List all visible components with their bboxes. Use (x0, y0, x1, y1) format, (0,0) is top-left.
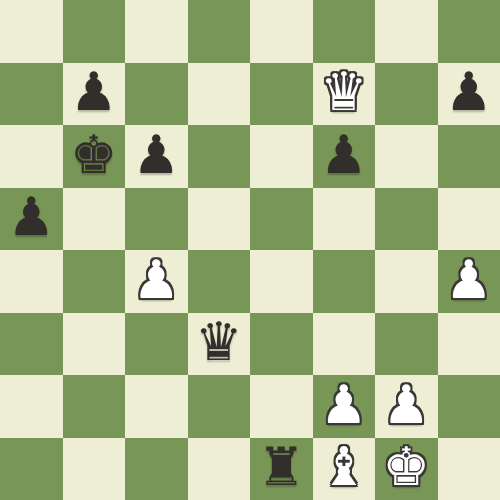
square-e2[interactable] (250, 375, 313, 438)
square-a1[interactable] (0, 438, 63, 500)
square-h8[interactable] (438, 0, 500, 63)
square-a7[interactable] (0, 63, 63, 126)
square-a2[interactable] (0, 375, 63, 438)
square-g2[interactable]: ♟ (375, 375, 438, 438)
white-pawn[interactable]: ♟ (320, 378, 368, 431)
square-d7[interactable] (188, 63, 251, 126)
square-h5[interactable] (438, 188, 500, 251)
square-f3[interactable] (313, 313, 376, 376)
square-e1[interactable]: ♜ (250, 438, 313, 500)
square-d4[interactable] (188, 250, 251, 313)
square-g7[interactable] (375, 63, 438, 126)
black-rook[interactable]: ♜ (257, 440, 305, 493)
square-c4[interactable]: ♟ (125, 250, 188, 313)
square-c7[interactable] (125, 63, 188, 126)
square-f4[interactable] (313, 250, 376, 313)
square-f7[interactable]: ♛ (313, 63, 376, 126)
square-g4[interactable] (375, 250, 438, 313)
square-c5[interactable] (125, 188, 188, 251)
square-f5[interactable] (313, 188, 376, 251)
square-d8[interactable] (188, 0, 251, 63)
square-a3[interactable] (0, 313, 63, 376)
square-g8[interactable] (375, 0, 438, 63)
square-f8[interactable] (313, 0, 376, 63)
white-pawn[interactable]: ♟ (445, 253, 493, 306)
square-e8[interactable] (250, 0, 313, 63)
black-pawn[interactable]: ♟ (445, 65, 493, 118)
square-h4[interactable]: ♟ (438, 250, 500, 313)
square-h3[interactable] (438, 313, 500, 376)
square-a5[interactable]: ♟ (0, 188, 63, 251)
square-c2[interactable] (125, 375, 188, 438)
square-f1[interactable]: ♝ (313, 438, 376, 500)
square-a4[interactable] (0, 250, 63, 313)
white-queen[interactable]: ♛ (320, 65, 368, 118)
square-d1[interactable] (188, 438, 251, 500)
square-a8[interactable] (0, 0, 63, 63)
square-c8[interactable] (125, 0, 188, 63)
chess-board: ♟♛♟♚♟♟♟♟♟♛♟♟♜♝♚ (0, 0, 500, 500)
white-king[interactable]: ♚ (382, 440, 430, 493)
square-a6[interactable] (0, 125, 63, 188)
square-d3[interactable]: ♛ (188, 313, 251, 376)
square-h6[interactable] (438, 125, 500, 188)
square-h7[interactable]: ♟ (438, 63, 500, 126)
square-b1[interactable] (63, 438, 126, 500)
black-pawn[interactable]: ♟ (70, 65, 118, 118)
square-f2[interactable]: ♟ (313, 375, 376, 438)
black-pawn[interactable]: ♟ (320, 128, 368, 181)
square-g5[interactable] (375, 188, 438, 251)
square-e6[interactable] (250, 125, 313, 188)
square-c1[interactable] (125, 438, 188, 500)
square-e4[interactable] (250, 250, 313, 313)
square-d5[interactable] (188, 188, 251, 251)
square-f6[interactable]: ♟ (313, 125, 376, 188)
square-b5[interactable] (63, 188, 126, 251)
square-g6[interactable] (375, 125, 438, 188)
square-g3[interactable] (375, 313, 438, 376)
square-b6[interactable]: ♚ (63, 125, 126, 188)
black-king[interactable]: ♚ (70, 128, 118, 181)
square-c3[interactable] (125, 313, 188, 376)
square-h1[interactable] (438, 438, 500, 500)
square-b7[interactable]: ♟ (63, 63, 126, 126)
square-h2[interactable] (438, 375, 500, 438)
black-pawn[interactable]: ♟ (7, 190, 55, 243)
square-e5[interactable] (250, 188, 313, 251)
square-e3[interactable] (250, 313, 313, 376)
square-b4[interactable] (63, 250, 126, 313)
white-pawn[interactable]: ♟ (132, 253, 180, 306)
white-bishop[interactable]: ♝ (320, 440, 368, 493)
square-d2[interactable] (188, 375, 251, 438)
square-b2[interactable] (63, 375, 126, 438)
black-pawn[interactable]: ♟ (132, 128, 180, 181)
black-queen[interactable]: ♛ (195, 315, 243, 368)
square-b8[interactable] (63, 0, 126, 63)
square-e7[interactable] (250, 63, 313, 126)
square-g1[interactable]: ♚ (375, 438, 438, 500)
square-c6[interactable]: ♟ (125, 125, 188, 188)
square-d6[interactable] (188, 125, 251, 188)
square-b3[interactable] (63, 313, 126, 376)
white-pawn[interactable]: ♟ (382, 378, 430, 431)
